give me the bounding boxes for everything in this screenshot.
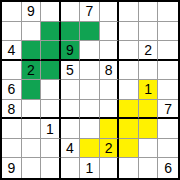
cell-r1c6[interactable] bbox=[119, 22, 139, 42]
cell-r5c5[interactable] bbox=[100, 100, 120, 120]
cell-r8c0[interactable]: 9 bbox=[2, 158, 22, 178]
cell-r2c2[interactable] bbox=[41, 41, 61, 61]
cell-r1c3[interactable] bbox=[61, 22, 81, 42]
cell-r4c1[interactable] bbox=[22, 80, 42, 100]
cell-r3c4[interactable] bbox=[80, 61, 100, 81]
cell-r6c4[interactable] bbox=[80, 119, 100, 139]
cell-r6c6[interactable] bbox=[119, 119, 139, 139]
cell-r5c0[interactable]: 8 bbox=[2, 100, 22, 120]
cell-r0c8[interactable] bbox=[158, 2, 178, 22]
cell-r1c4[interactable] bbox=[80, 22, 100, 42]
cell-r4c4[interactable] bbox=[80, 80, 100, 100]
cell-r0c1[interactable]: 9 bbox=[22, 2, 42, 22]
cell-r3c5[interactable]: 8 bbox=[100, 61, 120, 81]
cell-r4c5[interactable] bbox=[100, 80, 120, 100]
cell-r5c1[interactable] bbox=[22, 100, 42, 120]
cell-r7c0[interactable] bbox=[2, 139, 22, 159]
cell-r1c7[interactable] bbox=[139, 22, 159, 42]
cell-r7c8[interactable] bbox=[158, 139, 178, 159]
cell-r0c4[interactable]: 7 bbox=[80, 2, 100, 22]
cell-r5c8[interactable]: 7 bbox=[158, 100, 178, 120]
cell-r5c3[interactable] bbox=[61, 100, 81, 120]
cell-r7c5[interactable]: 2 bbox=[100, 139, 120, 159]
cell-r4c7[interactable]: 1 bbox=[139, 80, 159, 100]
cell-r2c0[interactable]: 4 bbox=[2, 41, 22, 61]
cell-r2c3[interactable]: 9 bbox=[61, 41, 81, 61]
cell-r3c2[interactable] bbox=[41, 61, 61, 81]
cell-r8c3[interactable] bbox=[61, 158, 81, 178]
cell-r4c2[interactable] bbox=[41, 80, 61, 100]
cell-r6c0[interactable] bbox=[2, 119, 22, 139]
cell-r1c5[interactable] bbox=[100, 22, 120, 42]
cell-r8c7[interactable] bbox=[139, 158, 159, 178]
cell-r4c0[interactable]: 6 bbox=[2, 80, 22, 100]
cell-r8c4[interactable]: 1 bbox=[80, 158, 100, 178]
cell-r3c1[interactable]: 2 bbox=[22, 61, 42, 81]
cell-r0c0[interactable] bbox=[2, 2, 22, 22]
cell-r6c5[interactable] bbox=[100, 119, 120, 139]
cell-r3c7[interactable] bbox=[139, 61, 159, 81]
cell-r8c5[interactable] bbox=[100, 158, 120, 178]
cell-r1c8[interactable] bbox=[158, 22, 178, 42]
cell-r5c7[interactable] bbox=[139, 100, 159, 120]
cell-r0c2[interactable] bbox=[41, 2, 61, 22]
cell-r8c2[interactable] bbox=[41, 158, 61, 178]
cell-r0c6[interactable] bbox=[119, 2, 139, 22]
cell-r4c3[interactable] bbox=[61, 80, 81, 100]
cell-r2c8[interactable] bbox=[158, 41, 178, 61]
cell-r0c7[interactable] bbox=[139, 2, 159, 22]
cell-r2c4[interactable] bbox=[80, 41, 100, 61]
cell-r7c1[interactable] bbox=[22, 139, 42, 159]
cell-r4c6[interactable] bbox=[119, 80, 139, 100]
cell-r0c3[interactable] bbox=[61, 2, 81, 22]
cell-r8c1[interactable] bbox=[22, 158, 42, 178]
cell-r8c8[interactable]: 6 bbox=[158, 158, 178, 178]
cell-r3c6[interactable] bbox=[119, 61, 139, 81]
cell-r7c7[interactable] bbox=[139, 139, 159, 159]
cell-r6c3[interactable] bbox=[61, 119, 81, 139]
cell-r5c2[interactable] bbox=[41, 100, 61, 120]
cell-r6c8[interactable] bbox=[158, 119, 178, 139]
cell-r6c2[interactable]: 1 bbox=[41, 119, 61, 139]
cell-r2c7[interactable]: 2 bbox=[139, 41, 159, 61]
cell-r1c2[interactable] bbox=[41, 22, 61, 42]
cell-r3c3[interactable]: 5 bbox=[61, 61, 81, 81]
cell-r1c1[interactable] bbox=[22, 22, 42, 42]
cell-r5c4[interactable] bbox=[80, 100, 100, 120]
cell-r3c8[interactable] bbox=[158, 61, 178, 81]
cell-r5c6[interactable] bbox=[119, 100, 139, 120]
cell-r4c8[interactable] bbox=[158, 80, 178, 100]
cell-r7c2[interactable] bbox=[41, 139, 61, 159]
cell-r8c6[interactable] bbox=[119, 158, 139, 178]
sudoku-board: 974922586187142916 bbox=[0, 0, 180, 180]
cell-r3c0[interactable] bbox=[2, 61, 22, 81]
cell-r2c1[interactable] bbox=[22, 41, 42, 61]
cell-r7c4[interactable] bbox=[80, 139, 100, 159]
cell-r6c7[interactable] bbox=[139, 119, 159, 139]
cell-r0c5[interactable] bbox=[100, 2, 120, 22]
cell-r1c0[interactable] bbox=[2, 22, 22, 42]
cell-r7c6[interactable] bbox=[119, 139, 139, 159]
cell-r7c3[interactable]: 4 bbox=[61, 139, 81, 159]
cell-r6c1[interactable] bbox=[22, 119, 42, 139]
cell-r2c5[interactable] bbox=[100, 41, 120, 61]
cell-r2c6[interactable] bbox=[119, 41, 139, 61]
